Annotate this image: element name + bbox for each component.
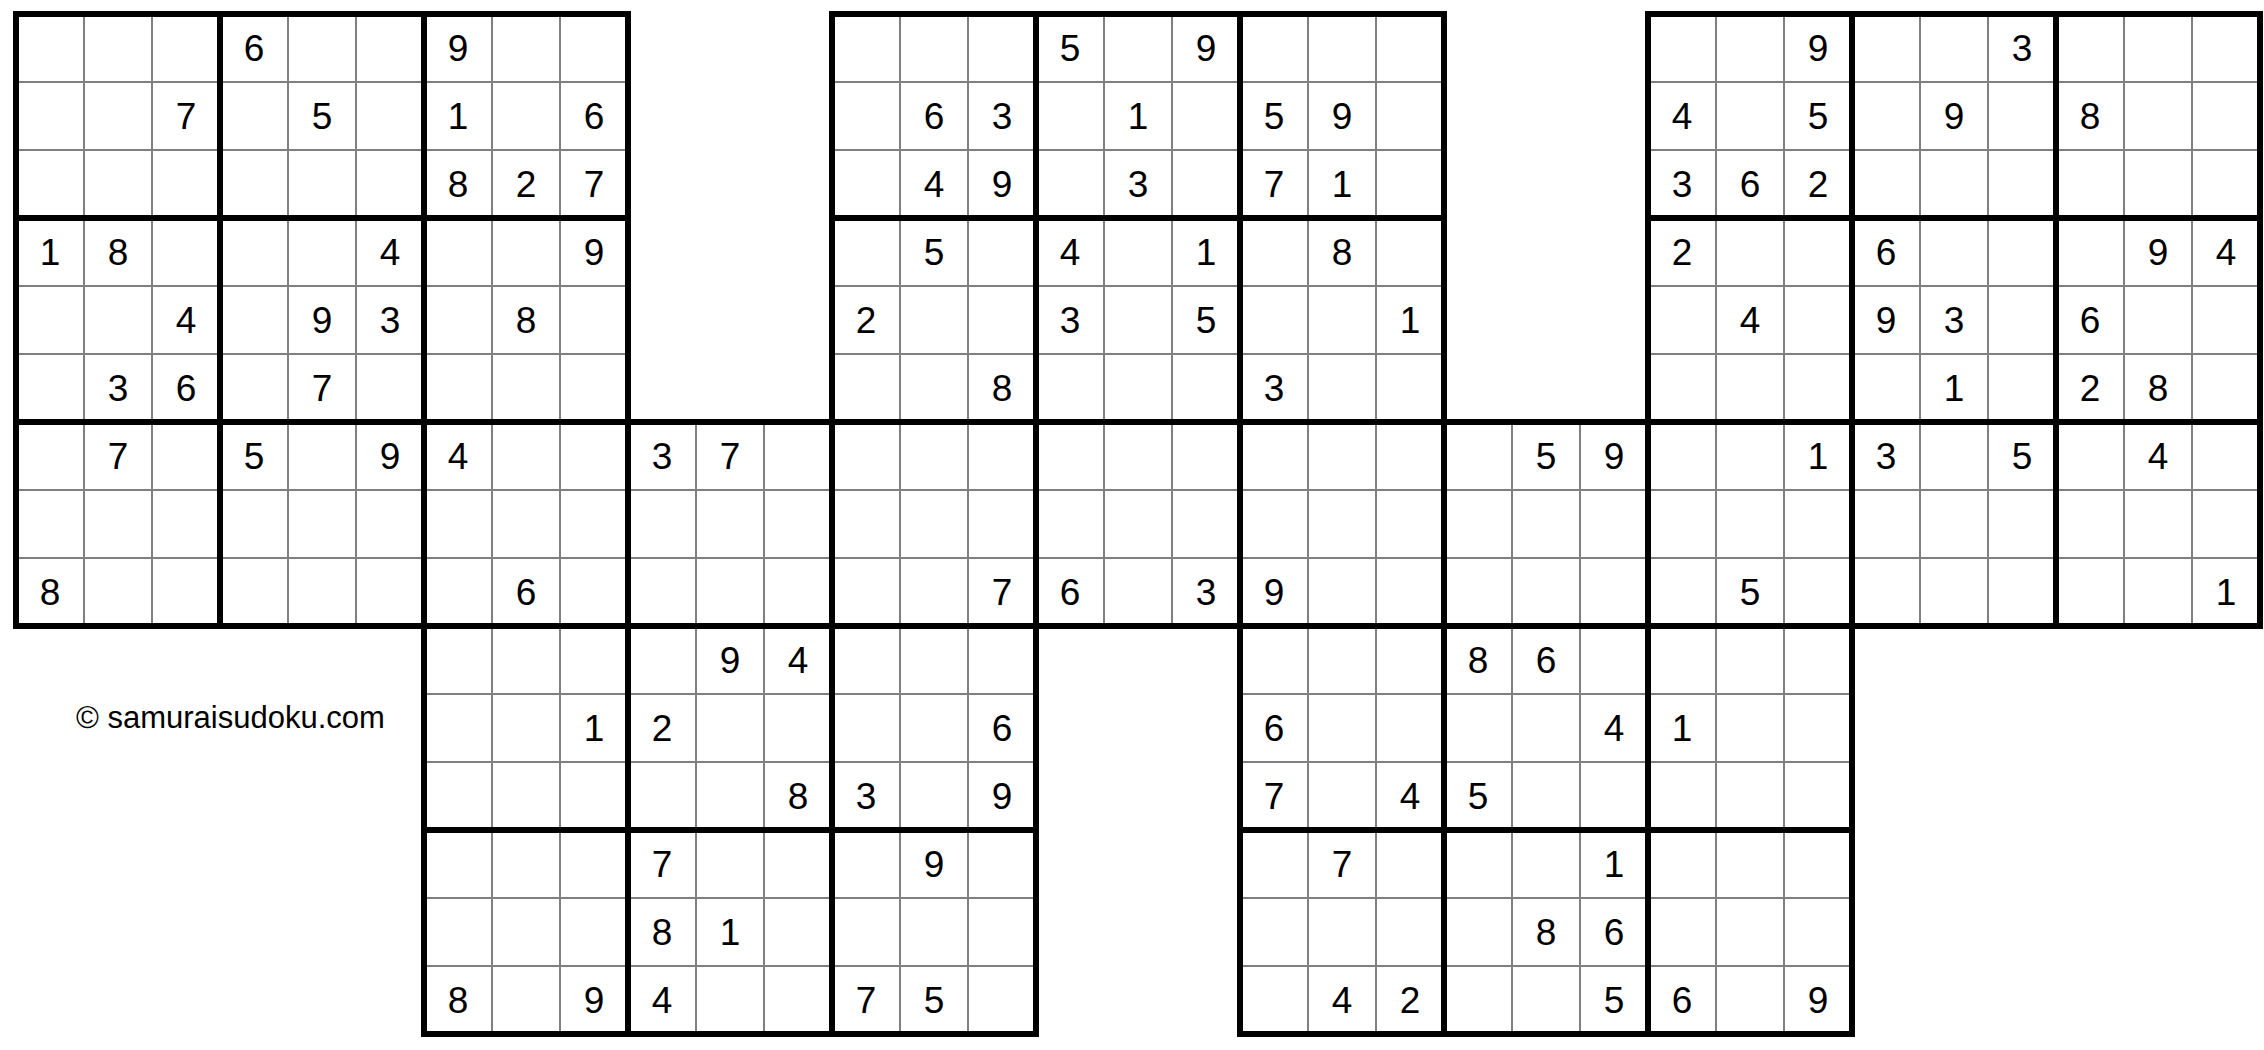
bottom-left-cell-r0c3: 3 [628,422,696,490]
top-middle-cell-r1c7: 9 [1308,82,1376,150]
top-right-cell-r3c0: 2 [1648,218,1716,286]
top-left-cell-r7c5[interactable] [356,490,424,558]
bottom-left-cell-r7c0[interactable] [424,898,492,966]
bottom-right-cell-r8c1: 4 [1308,966,1376,1034]
top-right-cell-r5c3[interactable] [1852,354,1920,422]
top-right-cell-r3c2[interactable] [1784,218,1852,286]
top-middle-cell-r4c7[interactable] [1308,286,1376,354]
bottom-right-cell-r5c1[interactable] [1308,762,1376,830]
top-left-cell-r3c2[interactable] [152,218,220,286]
bottom-right-cell-r7c6[interactable] [1648,898,1716,966]
top-left-cell-r3c7[interactable] [492,218,560,286]
top-right-cell-r4c8[interactable] [2192,286,2260,354]
top-right-cell-r6c4[interactable] [1920,422,1988,490]
top-middle-cell-r7c5[interactable] [1172,490,1240,558]
bottom-left-cell-r7c5[interactable] [764,898,832,966]
top-middle-cell-r1c8[interactable] [1376,82,1444,150]
bottom-right-cell-r0c7[interactable] [1716,422,1784,490]
bottom-right-cell-r0c6[interactable] [1648,422,1716,490]
bottom-right-cell-r1c6[interactable] [1648,490,1716,558]
bottom-left-cell-r5c1[interactable] [492,762,560,830]
top-left-cell-r2c2[interactable] [152,150,220,218]
top-left-cell-r6c2[interactable] [152,422,220,490]
bottom-left-cell-r4c2: 1 [560,694,628,762]
bottom-left-cell-r0c8[interactable] [968,422,1036,490]
bottom-left-cell-r6c5[interactable] [764,830,832,898]
bottom-left-cell-r1c4[interactable] [696,490,764,558]
bottom-left-cell-r7c7[interactable] [900,898,968,966]
top-right-cell-r2c7[interactable] [2124,150,2192,218]
bottom-right-cell-r8c0[interactable] [1240,966,1308,1034]
bottom-right-cell-r8c3[interactable] [1444,966,1512,1034]
top-left-cell-r8c3[interactable] [220,558,288,626]
top-left-cell-r5c0[interactable] [16,354,84,422]
bottom-left-cell-r5c4[interactable] [696,762,764,830]
bottom-left-cell-r1c5[interactable] [764,490,832,558]
top-left-cell-r8c1[interactable] [84,558,152,626]
top-middle-cell-r2c6: 7 [1240,150,1308,218]
top-left-cell-r0c3: 6 [220,14,288,82]
top-right-cell-r7c4[interactable] [1920,490,1988,558]
top-left-cell-r2c5[interactable] [356,150,424,218]
bottom-left-cell-r2c1: 6 [492,558,560,626]
top-left-cell-r0c5[interactable] [356,14,424,82]
top-right-cell-r1c7[interactable] [2124,82,2192,150]
bottom-left-cell-r3c7[interactable] [900,626,968,694]
bottom-right-cell-r4c8[interactable] [1784,694,1852,762]
top-left-cell-r1c8: 6 [560,82,628,150]
bottom-right-cell-r7c3[interactable] [1444,898,1512,966]
bottom-right-cell-r1c2[interactable] [1376,490,1444,558]
bottom-left-cell-r7c4: 1 [696,898,764,966]
top-left-cell-r8c5[interactable] [356,558,424,626]
top-middle-cell-r3c8[interactable] [1376,218,1444,286]
top-right-cell-r2c4[interactable] [1920,150,1988,218]
bottom-right-cell-r2c6[interactable] [1648,558,1716,626]
bottom-left-cell-r3c6[interactable] [832,626,900,694]
top-middle-cell-r0c4[interactable] [1104,14,1172,82]
bottom-right-cell-r7c8[interactable] [1784,898,1852,966]
top-middle-cell-r0c2[interactable] [968,14,1036,82]
top-right-cell-r8c5[interactable] [1988,558,2056,626]
top-right-cell-r2c3[interactable] [1852,150,1920,218]
bottom-left-cell-r4c1[interactable] [492,694,560,762]
top-left-cell-r2c0[interactable] [16,150,84,218]
bottom-left-cell-r0c1[interactable] [492,422,560,490]
bottom-left-cell-r8c8[interactable] [968,966,1036,1034]
bottom-right-cell-r0c3[interactable] [1444,422,1512,490]
top-right-cell-r2c8[interactable] [2192,150,2260,218]
bottom-left-cell-r2c5[interactable] [764,558,832,626]
bottom-left-cell-r8c4[interactable] [696,966,764,1034]
top-left-cell-r3c6[interactable] [424,218,492,286]
bottom-right-cell-r8c7[interactable] [1716,966,1784,1034]
bottom-right-cell-r1c5[interactable] [1580,490,1648,558]
bottom-left-cell-r2c7[interactable] [900,558,968,626]
bottom-left-cell-r1c3[interactable] [628,490,696,558]
top-right-cell-r2c0: 3 [1648,150,1716,218]
bottom-left-cell-r6c1[interactable] [492,830,560,898]
top-right-cell-r7c5[interactable] [1988,490,2056,558]
bottom-left-cell-r3c2[interactable] [560,626,628,694]
bottom-right-cell-r6c3[interactable] [1444,830,1512,898]
top-middle-cell-r2c5[interactable] [1172,150,1240,218]
top-right-cell-r3c4[interactable] [1920,218,1988,286]
top-left-cell-r8c2[interactable] [152,558,220,626]
bottom-left-cell-r2c3[interactable] [628,558,696,626]
bottom-right-cell-r3c3: 8 [1444,626,1512,694]
top-right-cell-r0c6[interactable] [2056,14,2124,82]
top-left-cell-r5c5[interactable] [356,354,424,422]
bottom-right-cell-r2c4[interactable] [1512,558,1580,626]
bottom-right-cell-r2c1[interactable] [1308,558,1376,626]
bottom-right-cell-r6c6[interactable] [1648,830,1716,898]
top-right-cell-r0c3[interactable] [1852,14,1920,82]
bottom-left-cell-r4c3: 2 [628,694,696,762]
bottom-right-cell-r4c4[interactable] [1512,694,1580,762]
top-right-cell-r8c6[interactable] [2056,558,2124,626]
top-middle-cell-r3c4[interactable] [1104,218,1172,286]
bottom-right-cell-r1c8[interactable] [1784,490,1852,558]
top-right-cell-r7c3[interactable] [1852,490,1920,558]
bottom-left-cell-r1c7[interactable] [900,490,968,558]
top-right-cell-r6c6[interactable] [2056,422,2124,490]
bottom-left-cell-r1c2[interactable] [560,490,628,558]
top-middle-cell-r3c6[interactable] [1240,218,1308,286]
top-left-cell-r5c3[interactable] [220,354,288,422]
bottom-right-cell-r6c0[interactable] [1240,830,1308,898]
bottom-left-cell-r2c4[interactable] [696,558,764,626]
top-middle-cell-r1c3[interactable] [1036,82,1104,150]
top-right-cell-r0c8[interactable] [2192,14,2260,82]
bottom-left-cell-r6c6[interactable] [832,830,900,898]
top-middle-cell-r5c5[interactable] [1172,354,1240,422]
bottom-left-cell-r6c2[interactable] [560,830,628,898]
top-right-cell-r0c4[interactable] [1920,14,1988,82]
top-middle-cell-r0c8[interactable] [1376,14,1444,82]
bottom-right-cell-r6c2[interactable] [1376,830,1444,898]
top-right-cell-r0c1[interactable] [1716,14,1784,82]
bottom-right-cell-r5c4[interactable] [1512,762,1580,830]
top-left-cell-r4c5: 3 [356,286,424,354]
top-left-cell-r6c1: 7 [84,422,152,490]
top-right-cell-r3c5[interactable] [1988,218,2056,286]
top-right-cell-r8c4[interactable] [1920,558,1988,626]
top-right-cell-r8c7[interactable] [2124,558,2192,626]
bottom-right-cell-r3c7[interactable] [1716,626,1784,694]
top-middle-cell-r6c5[interactable] [1172,422,1240,490]
top-right-cell-r0c5: 3 [1988,14,2056,82]
top-left-cell-r7c0[interactable] [16,490,84,558]
top-left-cell-r4c0[interactable] [16,286,84,354]
top-middle-cell-r1c0[interactable] [832,82,900,150]
top-left-cell-r1c5[interactable] [356,82,424,150]
top-left-cell-r0c1[interactable] [84,14,152,82]
top-middle-cell-r8c5: 3 [1172,558,1240,626]
bottom-right-cell-r5c0: 7 [1240,762,1308,830]
grid-bottom-right: 5919586641745718642569 [1240,422,1852,1034]
top-middle-cell-r7c4[interactable] [1104,490,1172,558]
top-right-cell-r1c1[interactable] [1716,82,1784,150]
bottom-left-cell-r0c7[interactable] [900,422,968,490]
bottom-right-cell-r2c5[interactable] [1580,558,1648,626]
top-left-cell-r1c7[interactable] [492,82,560,150]
bottom-left-cell-r6c4[interactable] [696,830,764,898]
top-middle-cell-r6c3[interactable] [1036,422,1104,490]
top-right-cell-r5c5[interactable] [1988,354,2056,422]
top-left-cell-r5c2: 6 [152,354,220,422]
bottom-right-cell-r2c2[interactable] [1376,558,1444,626]
top-left-cell-r0c6: 9 [424,14,492,82]
top-left-cell-r5c7[interactable] [492,354,560,422]
top-left-cell-r1c4: 5 [288,82,356,150]
top-middle-cell-r5c7[interactable] [1308,354,1376,422]
top-right-cell-r4c7[interactable] [2124,286,2192,354]
top-middle-cell-r2c0[interactable] [832,150,900,218]
bottom-left-cell-r4c4[interactable] [696,694,764,762]
top-left-cell-r3c3[interactable] [220,218,288,286]
bottom-right-cell-r1c7[interactable] [1716,490,1784,558]
top-middle-cell-r5c8[interactable] [1376,354,1444,422]
top-right-cell-r5c0[interactable] [1648,354,1716,422]
top-middle-cell-r0c7[interactable] [1308,14,1376,82]
top-left-cell-r4c6[interactable] [424,286,492,354]
top-middle-cell-r0c6[interactable] [1240,14,1308,82]
top-left-cell-r4c3[interactable] [220,286,288,354]
bottom-left-cell-r3c0[interactable] [424,626,492,694]
top-left-cell-r0c7[interactable] [492,14,560,82]
bottom-right-cell-r0c2[interactable] [1376,422,1444,490]
bottom-left-cell-r5c3[interactable] [628,762,696,830]
top-left-cell-r5c6[interactable] [424,354,492,422]
bottom-right-cell-r1c4[interactable] [1512,490,1580,558]
top-left-cell-r7c1[interactable] [84,490,152,558]
top-right-cell-r1c4: 9 [1920,82,1988,150]
top-right-cell-r1c6: 8 [2056,82,2124,150]
bottom-right-cell-r6c8[interactable] [1784,830,1852,898]
top-middle-cell-r3c2[interactable] [968,218,1036,286]
top-right-cell-r5c8[interactable] [2192,354,2260,422]
bottom-right-cell-r5c7[interactable] [1716,762,1784,830]
top-right-cell-r1c8[interactable] [2192,82,2260,150]
top-left-cell-r7c4[interactable] [288,490,356,558]
top-middle-cell-r1c5[interactable] [1172,82,1240,150]
bottom-right-cell-r4c1[interactable] [1308,694,1376,762]
top-middle-cell-r5c4[interactable] [1104,354,1172,422]
top-middle-cell-r2c3[interactable] [1036,150,1104,218]
top-middle-cell-r3c0[interactable] [832,218,900,286]
top-middle-cell-r4c6[interactable] [1240,286,1308,354]
top-middle-cell-r5c3[interactable] [1036,354,1104,422]
bottom-right-cell-r2c8[interactable] [1784,558,1852,626]
bottom-right-cell-r5c6[interactable] [1648,762,1716,830]
top-right-cell-r8c3[interactable] [1852,558,1920,626]
bottom-left-cell-r2c2[interactable] [560,558,628,626]
top-left-cell-r8c4[interactable] [288,558,356,626]
top-right-cell-r7c7[interactable] [2124,490,2192,558]
bottom-right-cell-r5c8[interactable] [1784,762,1852,830]
bottom-right-cell-r0c0[interactable] [1240,422,1308,490]
bottom-left-cell-r4c8: 6 [968,694,1036,762]
top-left-cell-r1c0[interactable] [16,82,84,150]
bottom-left-cell-r0c6[interactable] [832,422,900,490]
top-left-cell-r6c4[interactable] [288,422,356,490]
bottom-left-cell-r3c1[interactable] [492,626,560,694]
bottom-right-cell-r3c1[interactable] [1308,626,1376,694]
top-right-cell-r2c5[interactable] [1988,150,2056,218]
top-middle-cell-r6c4[interactable] [1104,422,1172,490]
top-right-cell-r0c0[interactable] [1648,14,1716,82]
top-left-cell-r0c0[interactable] [16,14,84,82]
bottom-left-cell-r5c2[interactable] [560,762,628,830]
bottom-right-cell-r2c3[interactable] [1444,558,1512,626]
bottom-right-cell-r3c8[interactable] [1784,626,1852,694]
top-middle-cell-r2c2: 9 [968,150,1036,218]
bottom-left-cell-r4c7[interactable] [900,694,968,762]
bottom-left-cell-r3c3[interactable] [628,626,696,694]
bottom-left-cell-r5c5: 8 [764,762,832,830]
top-middle-cell-r4c1[interactable] [900,286,968,354]
bottom-left-cell-r1c0[interactable] [424,490,492,558]
top-left-cell-r5c8[interactable] [560,354,628,422]
top-middle-cell-r1c1: 6 [900,82,968,150]
bottom-right-cell-r7c2[interactable] [1376,898,1444,966]
bottom-right-cell-r5c5[interactable] [1580,762,1648,830]
top-left-cell-r0c2[interactable] [152,14,220,82]
top-right-cell-r7c6[interactable] [2056,490,2124,558]
top-right-cell-r3c6[interactable] [2056,218,2124,286]
bottom-left-cell-r6c8[interactable] [968,830,1036,898]
bottom-left-cell-r7c8[interactable] [968,898,1036,966]
top-left-cell-r2c3[interactable] [220,150,288,218]
top-right-cell-r1c5[interactable] [1988,82,2056,150]
top-left-cell-r1c1[interactable] [84,82,152,150]
bottom-right-cell-r4c0: 6 [1240,694,1308,762]
bottom-left-cell-r3c8[interactable] [968,626,1036,694]
bottom-left-cell-r4c0[interactable] [424,694,492,762]
top-right-cell-r4c3: 9 [1852,286,1920,354]
bottom-left-cell-r0c2[interactable] [560,422,628,490]
top-left-cell-r6c0[interactable] [16,422,84,490]
top-left-cell-r7c2[interactable] [152,490,220,558]
bottom-right-cell-r3c6[interactable] [1648,626,1716,694]
top-right-cell-r5c1[interactable] [1716,354,1784,422]
bottom-right-cell-r4c5: 4 [1580,694,1648,762]
top-right-cell-r7c8[interactable] [2192,490,2260,558]
bottom-left-cell-r6c7: 9 [900,830,968,898]
top-middle-cell-r7c3[interactable] [1036,490,1104,558]
copyright-text: © samuraisudoku.com [76,700,385,736]
top-left-cell-r2c1[interactable] [84,150,152,218]
bottom-left-cell-r8c1[interactable] [492,966,560,1034]
top-left-cell-r7c3[interactable] [220,490,288,558]
bottom-left-cell-r7c1[interactable] [492,898,560,966]
bottom-left-cell-r2c0[interactable] [424,558,492,626]
bottom-left-cell-r7c2[interactable] [560,898,628,966]
bottom-left-cell-r0c0: 4 [424,422,492,490]
bottom-right-cell-r6c5: 1 [1580,830,1648,898]
bottom-left-cell-r2c6[interactable] [832,558,900,626]
top-left-cell-r0c8[interactable] [560,14,628,82]
top-middle-cell-r0c0[interactable] [832,14,900,82]
top-right-cell-r5c2[interactable] [1784,354,1852,422]
top-left-cell-r2c4[interactable] [288,150,356,218]
top-right-cell-r6c3: 3 [1852,422,1920,490]
top-middle-cell-r4c2[interactable] [968,286,1036,354]
bottom-left-cell-r5c7[interactable] [900,762,968,830]
bottom-right-cell-r7c0[interactable] [1240,898,1308,966]
top-right-cell-r6c8[interactable] [2192,422,2260,490]
bottom-right-cell-r3c0[interactable] [1240,626,1308,694]
bottom-left-cell-r1c8[interactable] [968,490,1036,558]
bottom-left-cell-r7c6[interactable] [832,898,900,966]
bottom-left-cell-r1c1[interactable] [492,490,560,558]
top-right-cell-r4c2[interactable] [1784,286,1852,354]
top-right-cell-r0c7[interactable] [2124,14,2192,82]
top-middle-cell-r8c4[interactable] [1104,558,1172,626]
bottom-left-cell-r1c6[interactable] [832,490,900,558]
bottom-left-cell-r8c3: 4 [628,966,696,1034]
bottom-right-cell-r1c0[interactable] [1240,490,1308,558]
top-right-cell-r1c3[interactable] [1852,82,1920,150]
top-right-cell-r4c5[interactable] [1988,286,2056,354]
top-right-cell-r5c6: 2 [2056,354,2124,422]
top-right-cell-r2c6[interactable] [2056,150,2124,218]
bottom-right-cell-r0c8: 1 [1784,422,1852,490]
bottom-right-cell-r4c2[interactable] [1376,694,1444,762]
top-right-cell-r3c1[interactable] [1716,218,1784,286]
bottom-right-cell-r1c3[interactable] [1444,490,1512,558]
bottom-left-cell-r8c2: 9 [560,966,628,1034]
bottom-right-cell-r0c1[interactable] [1308,422,1376,490]
top-right-cell-r4c0[interactable] [1648,286,1716,354]
top-left-cell-r0c4[interactable] [288,14,356,82]
bottom-right-cell-r7c1[interactable] [1308,898,1376,966]
bottom-left-cell-r2c8: 7 [968,558,1036,626]
bottom-right-cell-r7c7[interactable] [1716,898,1784,966]
bottom-right-cell-r6c4[interactable] [1512,830,1580,898]
top-right-cell-r4c1: 4 [1716,286,1784,354]
bottom-right-cell-r8c4[interactable] [1512,966,1580,1034]
top-middle-cell-r5c1[interactable] [900,354,968,422]
top-left-cell-r3c4[interactable] [288,218,356,286]
bottom-right-cell-r4c3[interactable] [1444,694,1512,762]
bottom-left-cell-r0c4: 7 [696,422,764,490]
top-middle-cell-r0c1[interactable] [900,14,968,82]
top-left-cell-r4c8[interactable] [560,286,628,354]
bottom-left-cell-r8c5[interactable] [764,966,832,1034]
top-left-cell-r4c1[interactable] [84,286,152,354]
bottom-left-cell-r6c0[interactable] [424,830,492,898]
bottom-right-cell-r4c6: 1 [1648,694,1716,762]
top-left-cell-r1c6: 1 [424,82,492,150]
bottom-left-cell-r4c5[interactable] [764,694,832,762]
bottom-left-cell-r5c0[interactable] [424,762,492,830]
bottom-right-cell-r3c5[interactable] [1580,626,1648,694]
bottom-right-cell-r3c2[interactable] [1376,626,1444,694]
samurai-sudoku-board: 69751682718494938367759486 5963159493715… [0,0,2264,1050]
top-middle-cell-r5c0[interactable] [832,354,900,422]
bottom-right-cell-r1c1[interactable] [1308,490,1376,558]
top-middle-cell-r2c8[interactable] [1376,150,1444,218]
bottom-right-cell-r5c2: 4 [1376,762,1444,830]
bottom-right-cell-r4c7[interactable] [1716,694,1784,762]
top-middle-cell-r4c4[interactable] [1104,286,1172,354]
bottom-left-cell-r4c6[interactable] [832,694,900,762]
bottom-left-cell-r0c5[interactable] [764,422,832,490]
top-left-cell-r1c3[interactable] [220,82,288,150]
bottom-right-cell-r6c7[interactable] [1716,830,1784,898]
